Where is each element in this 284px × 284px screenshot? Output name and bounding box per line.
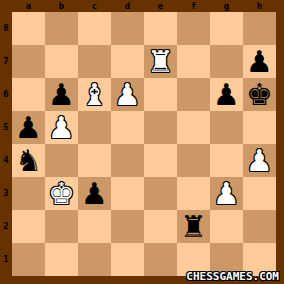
square-e6[interactable]	[144, 78, 177, 111]
white-pawn-h4[interactable]: ♟	[246, 146, 273, 176]
square-a7[interactable]	[12, 45, 45, 78]
square-g5[interactable]	[210, 111, 243, 144]
rank-label-4: 4	[0, 144, 12, 177]
square-c6[interactable]: ♝	[78, 78, 111, 111]
square-a2[interactable]	[12, 210, 45, 243]
rank-label-8: 8	[0, 12, 12, 45]
square-g7[interactable]	[210, 45, 243, 78]
square-g6[interactable]: ♟	[210, 78, 243, 111]
chess-diagram: abcdefgh 87654321 ♜♟♟♝♟♟♚♟♟♞♟♚♟♟♜ CHESSG…	[0, 0, 284, 284]
white-rook-e7[interactable]: ♜	[147, 47, 174, 77]
square-g3[interactable]: ♟	[210, 177, 243, 210]
watermark: CHESSGAMES.COM	[186, 270, 279, 283]
square-a1[interactable]	[12, 243, 45, 276]
square-b6[interactable]: ♟	[45, 78, 78, 111]
square-b4[interactable]	[45, 144, 78, 177]
square-b1[interactable]	[45, 243, 78, 276]
square-f7[interactable]	[177, 45, 210, 78]
square-d6[interactable]: ♟	[111, 78, 144, 111]
square-b5[interactable]: ♟	[45, 111, 78, 144]
square-h8[interactable]	[243, 12, 276, 45]
black-knight-a4[interactable]: ♞	[15, 146, 42, 176]
square-d7[interactable]	[111, 45, 144, 78]
square-b7[interactable]	[45, 45, 78, 78]
white-pawn-b5[interactable]: ♟	[48, 113, 75, 143]
square-d5[interactable]	[111, 111, 144, 144]
square-g2[interactable]	[210, 210, 243, 243]
rank-label-3: 3	[0, 177, 12, 210]
black-rook-f2[interactable]: ♜	[180, 212, 207, 242]
square-e8[interactable]	[144, 12, 177, 45]
black-pawn-g6[interactable]: ♟	[213, 80, 240, 110]
square-b8[interactable]	[45, 12, 78, 45]
white-pawn-g3[interactable]: ♟	[213, 179, 240, 209]
square-c5[interactable]	[78, 111, 111, 144]
white-pawn-d6[interactable]: ♟	[114, 80, 141, 110]
square-b2[interactable]	[45, 210, 78, 243]
square-h6[interactable]: ♚	[243, 78, 276, 111]
square-b3[interactable]: ♚	[45, 177, 78, 210]
chess-board: ♜♟♟♝♟♟♚♟♟♞♟♚♟♟♜	[12, 12, 276, 276]
black-pawn-h7[interactable]: ♟	[246, 47, 273, 77]
square-e2[interactable]	[144, 210, 177, 243]
rank-label-6: 6	[0, 78, 12, 111]
square-f3[interactable]	[177, 177, 210, 210]
square-d4[interactable]	[111, 144, 144, 177]
square-c8[interactable]	[78, 12, 111, 45]
square-h7[interactable]: ♟	[243, 45, 276, 78]
square-c3[interactable]: ♟	[78, 177, 111, 210]
square-e7[interactable]: ♜	[144, 45, 177, 78]
square-h3[interactable]	[243, 177, 276, 210]
square-a8[interactable]	[12, 12, 45, 45]
black-pawn-a5[interactable]: ♟	[15, 113, 42, 143]
white-king-b3[interactable]: ♚	[48, 179, 75, 209]
black-king-h6[interactable]: ♚	[246, 80, 273, 110]
square-d2[interactable]	[111, 210, 144, 243]
square-c2[interactable]	[78, 210, 111, 243]
square-c7[interactable]	[78, 45, 111, 78]
square-e3[interactable]	[144, 177, 177, 210]
square-c1[interactable]	[78, 243, 111, 276]
rank-label-5: 5	[0, 111, 12, 144]
square-a4[interactable]: ♞	[12, 144, 45, 177]
square-h2[interactable]	[243, 210, 276, 243]
square-e4[interactable]	[144, 144, 177, 177]
square-g4[interactable]	[210, 144, 243, 177]
square-g8[interactable]	[210, 12, 243, 45]
square-h5[interactable]	[243, 111, 276, 144]
black-pawn-b6[interactable]: ♟	[48, 80, 75, 110]
white-bishop-c6[interactable]: ♝	[81, 80, 108, 110]
rank-label-1: 1	[0, 243, 12, 276]
square-f2[interactable]: ♜	[177, 210, 210, 243]
square-f6[interactable]	[177, 78, 210, 111]
square-a3[interactable]	[12, 177, 45, 210]
square-f8[interactable]	[177, 12, 210, 45]
black-pawn-c3[interactable]: ♟	[81, 179, 108, 209]
square-d8[interactable]	[111, 12, 144, 45]
rank-labels: 87654321	[0, 12, 12, 276]
file-labels: abcdefgh	[12, 0, 276, 12]
square-a6[interactable]	[12, 78, 45, 111]
square-d1[interactable]	[111, 243, 144, 276]
rank-label-7: 7	[0, 45, 12, 78]
square-d3[interactable]	[111, 177, 144, 210]
rank-label-2: 2	[0, 210, 12, 243]
square-f4[interactable]	[177, 144, 210, 177]
square-a5[interactable]: ♟	[12, 111, 45, 144]
square-f5[interactable]	[177, 111, 210, 144]
square-h4[interactable]: ♟	[243, 144, 276, 177]
square-e5[interactable]	[144, 111, 177, 144]
square-e1[interactable]	[144, 243, 177, 276]
square-c4[interactable]	[78, 144, 111, 177]
